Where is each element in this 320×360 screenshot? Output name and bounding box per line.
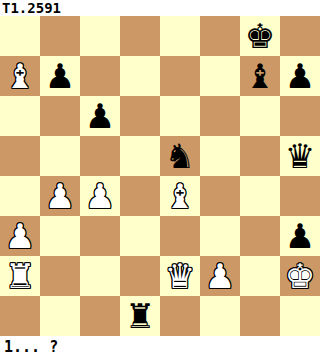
square-c5[interactable] — [80, 136, 120, 176]
white-pawn-piece[interactable]: ♟ — [200, 256, 240, 296]
square-e7[interactable] — [160, 56, 200, 96]
chess-board: ♚♝♟♝♟♟♞♛♟♟♝♟♟♜♛♟♚♜ — [0, 16, 320, 336]
square-e1[interactable] — [160, 296, 200, 336]
square-h1[interactable] — [280, 296, 320, 336]
square-h7[interactable]: ♟ — [280, 56, 320, 96]
black-rook-piece[interactable]: ♜ — [120, 296, 160, 336]
square-d4[interactable] — [120, 176, 160, 216]
square-f5[interactable] — [200, 136, 240, 176]
square-f8[interactable] — [200, 16, 240, 56]
square-a6[interactable] — [0, 96, 40, 136]
square-f3[interactable] — [200, 216, 240, 256]
black-pawn-piece[interactable]: ♟ — [40, 56, 80, 96]
square-c4[interactable]: ♟ — [80, 176, 120, 216]
square-a7[interactable]: ♝ — [0, 56, 40, 96]
square-d8[interactable] — [120, 16, 160, 56]
square-b4[interactable]: ♟ — [40, 176, 80, 216]
square-d5[interactable] — [120, 136, 160, 176]
white-pawn-piece[interactable]: ♟ — [80, 176, 120, 216]
square-e6[interactable] — [160, 96, 200, 136]
square-g6[interactable] — [240, 96, 280, 136]
puzzle-id-title: T1.2591 — [0, 0, 320, 16]
white-bishop-piece[interactable]: ♝ — [0, 56, 40, 96]
square-b7[interactable]: ♟ — [40, 56, 80, 96]
square-h2[interactable]: ♚ — [280, 256, 320, 296]
square-f4[interactable] — [200, 176, 240, 216]
square-d6[interactable] — [120, 96, 160, 136]
square-d1[interactable]: ♜ — [120, 296, 160, 336]
square-b8[interactable] — [40, 16, 80, 56]
square-b6[interactable] — [40, 96, 80, 136]
square-c2[interactable] — [80, 256, 120, 296]
square-d2[interactable] — [120, 256, 160, 296]
square-g8[interactable]: ♚ — [240, 16, 280, 56]
square-g3[interactable] — [240, 216, 280, 256]
square-d7[interactable] — [120, 56, 160, 96]
black-pawn-piece[interactable]: ♟ — [280, 56, 320, 96]
square-f7[interactable] — [200, 56, 240, 96]
square-g7[interactable]: ♝ — [240, 56, 280, 96]
square-b2[interactable] — [40, 256, 80, 296]
square-b5[interactable] — [40, 136, 80, 176]
move-prompt: 1... ? — [0, 336, 320, 360]
black-pawn-piece[interactable]: ♟ — [280, 216, 320, 256]
white-pawn-piece[interactable]: ♟ — [0, 216, 40, 256]
square-h6[interactable] — [280, 96, 320, 136]
white-bishop-piece[interactable]: ♝ — [160, 176, 200, 216]
square-c7[interactable] — [80, 56, 120, 96]
black-queen-piece[interactable]: ♛ — [280, 136, 320, 176]
black-pawn-piece[interactable]: ♟ — [80, 96, 120, 136]
white-king-piece[interactable]: ♚ — [280, 256, 320, 296]
black-knight-piece[interactable]: ♞ — [160, 136, 200, 176]
square-a8[interactable] — [0, 16, 40, 56]
square-a2[interactable]: ♜ — [0, 256, 40, 296]
square-f6[interactable] — [200, 96, 240, 136]
square-e8[interactable] — [160, 16, 200, 56]
square-c1[interactable] — [80, 296, 120, 336]
square-g1[interactable] — [240, 296, 280, 336]
black-king-piece[interactable]: ♚ — [240, 16, 280, 56]
white-pawn-piece[interactable]: ♟ — [40, 176, 80, 216]
square-a4[interactable] — [0, 176, 40, 216]
square-b1[interactable] — [40, 296, 80, 336]
square-a1[interactable] — [0, 296, 40, 336]
square-f2[interactable]: ♟ — [200, 256, 240, 296]
square-e5[interactable]: ♞ — [160, 136, 200, 176]
white-rook-piece[interactable]: ♜ — [0, 256, 40, 296]
square-c6[interactable]: ♟ — [80, 96, 120, 136]
square-g4[interactable] — [240, 176, 280, 216]
square-e3[interactable] — [160, 216, 200, 256]
square-a3[interactable]: ♟ — [0, 216, 40, 256]
white-queen-piece[interactable]: ♛ — [160, 256, 200, 296]
square-h5[interactable]: ♛ — [280, 136, 320, 176]
square-c3[interactable] — [80, 216, 120, 256]
square-g2[interactable] — [240, 256, 280, 296]
square-h4[interactable] — [280, 176, 320, 216]
square-e4[interactable]: ♝ — [160, 176, 200, 216]
square-d3[interactable] — [120, 216, 160, 256]
square-h3[interactable]: ♟ — [280, 216, 320, 256]
square-h8[interactable] — [280, 16, 320, 56]
square-c8[interactable] — [80, 16, 120, 56]
square-b3[interactable] — [40, 216, 80, 256]
square-a5[interactable] — [0, 136, 40, 176]
square-e2[interactable]: ♛ — [160, 256, 200, 296]
black-bishop-piece[interactable]: ♝ — [240, 56, 280, 96]
square-f1[interactable] — [200, 296, 240, 336]
square-g5[interactable] — [240, 136, 280, 176]
